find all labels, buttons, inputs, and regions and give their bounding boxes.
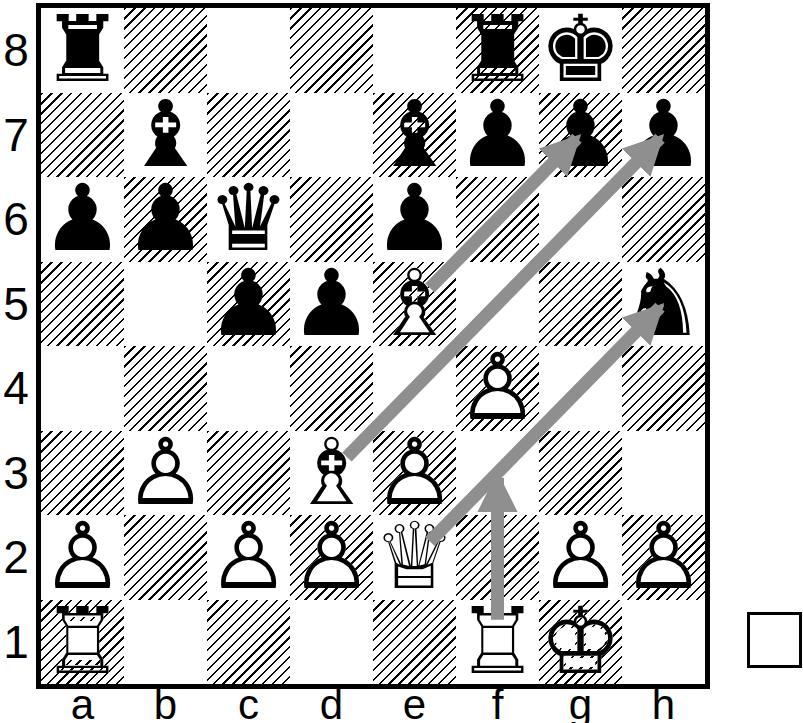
piece-fill: ♟ [41,515,124,600]
square-a3[interactable] [41,431,124,516]
chess-board: ♜♜♚♝♝♟♟♟♟♟♛♟♟♟♝♗♞♟♙♟♙♝♗♟♙♟♙♟♙♟♙♛♕♟♙♟♙♜♖♜… [36,3,710,689]
piece-fill: ♟ [622,515,705,600]
square-b6[interactable]: ♟ [124,177,207,262]
side-to-move-indicator [747,612,802,668]
square-b5[interactable] [124,262,207,347]
rank-label-7: 7 [0,110,32,160]
square-d8[interactable] [290,8,373,93]
piece-fill: ♚ [539,600,622,685]
black-king-g8[interactable]: ♚ [539,8,622,93]
white-pawn-e3[interactable]: ♙ [373,431,456,516]
square-h7[interactable]: ♟ [622,93,705,178]
square-f6[interactable] [456,177,539,262]
black-pawn-d5[interactable]: ♟ [290,262,373,347]
white-pawn-g2[interactable]: ♙ [539,515,622,600]
square-g1[interactable]: ♚♔ [539,600,622,685]
piece-fill: ♜ [456,600,539,685]
rank-label-1: 1 [0,617,32,667]
square-e3[interactable]: ♟♙ [373,431,456,516]
square-d7[interactable] [290,93,373,178]
square-a4[interactable] [41,346,124,431]
square-e5[interactable]: ♝♗ [373,262,456,347]
white-pawn-b3[interactable]: ♙ [124,431,207,516]
square-c2[interactable]: ♟♙ [207,515,290,600]
square-h2[interactable]: ♟♙ [622,515,705,600]
square-e2[interactable]: ♛♕ [373,515,456,600]
square-e8[interactable] [373,8,456,93]
white-bishop-e5[interactable]: ♗ [373,262,456,347]
file-label-a: a [41,686,124,723]
square-b3[interactable]: ♟♙ [124,431,207,516]
black-bishop-e7[interactable]: ♝ [373,93,456,178]
square-e6[interactable]: ♟ [373,177,456,262]
white-pawn-a2[interactable]: ♙ [41,515,124,600]
square-e4[interactable] [373,346,456,431]
rank-label-2: 2 [0,532,32,582]
square-a1[interactable]: ♜♖ [41,600,124,685]
square-f2[interactable] [456,515,539,600]
square-h6[interactable] [622,177,705,262]
rank-label-3: 3 [0,448,32,498]
file-label-e: e [373,686,456,723]
square-h8[interactable] [622,8,705,93]
square-d3[interactable]: ♝♗ [290,431,373,516]
white-queen-e2[interactable]: ♕ [373,515,456,600]
black-pawn-h7[interactable]: ♟ [622,93,705,178]
square-g5[interactable] [539,262,622,347]
square-a6[interactable]: ♟ [41,177,124,262]
white-rook-f1[interactable]: ♖ [456,600,539,685]
file-label-b: b [124,686,207,723]
piece-fill: ♟ [373,431,456,516]
piece-fill: ♟ [207,515,290,600]
square-f5[interactable] [456,262,539,347]
black-pawn-c5[interactable]: ♟ [207,262,290,347]
square-f8[interactable]: ♜ [456,8,539,93]
square-c7[interactable] [207,93,290,178]
square-b2[interactable] [124,515,207,600]
black-queen-c6[interactable]: ♛ [207,177,290,262]
rank-label-6: 6 [0,194,32,244]
square-b4[interactable] [124,346,207,431]
white-pawn-f4[interactable]: ♙ [456,346,539,431]
file-label-h: h [622,686,705,723]
square-g7[interactable]: ♟ [539,93,622,178]
piece-fill: ♟ [539,515,622,600]
piece-fill: ♛ [373,515,456,600]
black-knight-h5[interactable]: ♞ [622,262,705,347]
square-e7[interactable]: ♝ [373,93,456,178]
square-c1[interactable] [207,600,290,685]
square-d5[interactable]: ♟ [290,262,373,347]
black-pawn-e6[interactable]: ♟ [373,177,456,262]
black-pawn-g7[interactable]: ♟ [539,93,622,178]
file-label-d: d [290,686,373,723]
file-label-c: c [207,686,290,723]
square-a2[interactable]: ♟♙ [41,515,124,600]
black-bishop-b7[interactable]: ♝ [124,93,207,178]
piece-fill: ♝ [373,262,456,347]
black-pawn-b6[interactable]: ♟ [124,177,207,262]
white-pawn-c2[interactable]: ♙ [207,515,290,600]
square-f1[interactable]: ♜♖ [456,600,539,685]
square-f4[interactable]: ♟♙ [456,346,539,431]
square-c4[interactable] [207,346,290,431]
square-a7[interactable] [41,93,124,178]
piece-fill: ♟ [290,515,373,600]
white-rook-a1[interactable]: ♖ [41,600,124,685]
square-g4[interactable] [539,346,622,431]
square-g6[interactable] [539,177,622,262]
square-h5[interactable]: ♞ [622,262,705,347]
white-pawn-h2[interactable]: ♙ [622,515,705,600]
square-c3[interactable] [207,431,290,516]
file-label-f: f [456,686,539,723]
square-c8[interactable] [207,8,290,93]
square-b1[interactable] [124,600,207,685]
square-f7[interactable]: ♟ [456,93,539,178]
white-pawn-d2[interactable]: ♙ [290,515,373,600]
square-b8[interactable] [124,8,207,93]
rank-label-5: 5 [0,279,32,329]
square-d2[interactable]: ♟♙ [290,515,373,600]
square-a8[interactable]: ♜ [41,8,124,93]
square-g8[interactable]: ♚ [539,8,622,93]
rank-label-4: 4 [0,363,32,413]
piece-fill: ♟ [456,346,539,431]
piece-fill: ♝ [290,431,373,516]
square-g2[interactable]: ♟♙ [539,515,622,600]
black-rook-a8[interactable]: ♜ [41,8,124,93]
square-f3[interactable] [456,431,539,516]
black-rook-f8[interactable]: ♜ [456,8,539,93]
chess-diagram: 87654321 ♜♜♚♝♝♟♟♟♟♟♛♟♟♟♝♗♞♟♙♟♙♝♗♟♙♟♙♟♙♟♙… [0,0,803,723]
square-a5[interactable] [41,262,124,347]
square-d6[interactable] [290,177,373,262]
black-pawn-a6[interactable]: ♟ [41,177,124,262]
square-h4[interactable] [622,346,705,431]
white-king-g1[interactable]: ♔ [539,600,622,685]
square-h3[interactable] [622,431,705,516]
rank-label-8: 8 [0,25,32,75]
square-d1[interactable] [290,600,373,685]
square-c5[interactable]: ♟ [207,262,290,347]
square-b7[interactable]: ♝ [124,93,207,178]
black-pawn-f7[interactable]: ♟ [456,93,539,178]
file-label-g: g [539,686,622,723]
square-c6[interactable]: ♛ [207,177,290,262]
square-d4[interactable] [290,346,373,431]
square-g3[interactable] [539,431,622,516]
white-bishop-d3[interactable]: ♗ [290,431,373,516]
piece-fill: ♜ [41,600,124,685]
piece-fill: ♟ [124,431,207,516]
square-h1[interactable] [622,600,705,685]
square-e1[interactable] [373,600,456,685]
